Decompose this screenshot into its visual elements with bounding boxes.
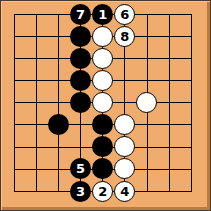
black-stone: 3 [70,181,91,202]
move-number-label: 6 [120,8,129,21]
move-number-label: 3 [76,185,85,198]
move-number-label: 2 [98,185,107,198]
white-stone: 6 [114,4,135,25]
move-number-label: 5 [76,162,85,175]
move-number-label: 8 [120,30,129,43]
white-stone [92,26,113,47]
move-number-label: 7 [76,8,85,21]
black-stone: 7 [70,4,91,25]
white-stone: 8 [114,26,135,47]
white-stone: 4 [114,181,135,202]
black-stone [70,70,91,91]
move-number-label: 4 [120,185,129,198]
move-number-label: 1 [98,8,107,21]
go-board: 71685324 [0,0,211,211]
white-stone: 2 [92,181,113,202]
black-stone [70,26,91,47]
black-stone: 1 [92,4,113,25]
white-stone [92,48,113,69]
black-stone [70,48,91,69]
